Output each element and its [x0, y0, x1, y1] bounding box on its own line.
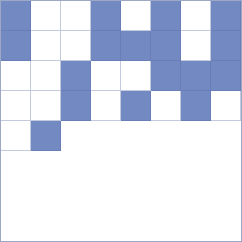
square-d3[interactable]: [31, 91, 61, 121]
square-h4[interactable]: [181, 61, 211, 91]
square-h6[interactable]: [91, 31, 121, 61]
square-f5[interactable]: [181, 31, 211, 61]
square-h2[interactable]: [181, 91, 211, 121]
square-d6[interactable]: [1, 31, 31, 61]
square-f1[interactable]: [1, 121, 31, 151]
square-e6[interactable]: [31, 31, 61, 61]
square-g5[interactable]: [211, 31, 241, 61]
square-d2[interactable]: [121, 91, 151, 121]
square-c8[interactable]: [31, 1, 61, 31]
square-e5[interactable]: [151, 31, 181, 61]
square-g3[interactable]: [61, 91, 91, 121]
square-b1[interactable]: [211, 91, 241, 121]
square-c7[interactable]: [91, 1, 121, 31]
square-g1[interactable]: [31, 121, 61, 151]
square-h5[interactable]: [1, 61, 31, 91]
square-c4[interactable]: [91, 61, 121, 91]
square-a4[interactable]: [31, 61, 61, 91]
square-a3[interactable]: [211, 61, 241, 91]
square-a6[interactable]: [181, 1, 211, 31]
square-e2[interactable]: [151, 91, 181, 121]
chess-board: [0, 0, 242, 242]
square-c2[interactable]: [91, 91, 121, 121]
square-e7[interactable]: [151, 1, 181, 31]
square-g6[interactable]: [61, 31, 91, 61]
square-b3[interactable]: [1, 91, 31, 121]
square-a5[interactable]: [121, 31, 151, 61]
square-b4[interactable]: [61, 61, 91, 91]
square-g8[interactable]: [61, 1, 91, 31]
square-e4[interactable]: [121, 61, 151, 91]
square-d7[interactable]: [121, 1, 151, 31]
square-f4[interactable]: [151, 61, 181, 91]
square-b8[interactable]: [1, 1, 31, 31]
square-b6[interactable]: [211, 1, 241, 31]
